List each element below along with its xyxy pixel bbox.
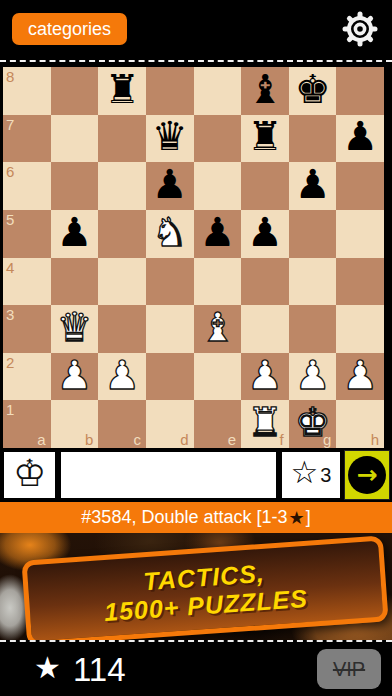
square-a4[interactable]: 4 [3, 258, 51, 306]
square-c6[interactable] [98, 162, 146, 210]
square-d3[interactable] [146, 305, 194, 353]
square-e8[interactable] [194, 67, 242, 115]
top-dashed-separator [0, 60, 392, 67]
square-e2[interactable] [194, 353, 242, 401]
next-puzzle-button[interactable]: → [344, 450, 390, 500]
square-f7[interactable]: ♜ [241, 115, 289, 163]
black-pawn-f5: ♟ [247, 212, 283, 252]
black-queen-d7: ♛ [152, 116, 188, 156]
square-c7[interactable] [98, 115, 146, 163]
square-f6[interactable] [241, 162, 289, 210]
square-a8[interactable]: 8 [3, 67, 51, 115]
white-king-g1: ♚ [295, 402, 331, 442]
star-icon: ★ [288, 507, 304, 529]
square-g1[interactable]: g♚ [289, 400, 337, 448]
square-d5[interactable]: ♞ [146, 210, 194, 258]
star-outline-icon: ☆ [291, 457, 319, 488]
settings-button[interactable] [340, 9, 380, 49]
white-queen-b3: ♛ [57, 307, 93, 347]
black-king-g8: ♚ [295, 69, 331, 109]
square-e4[interactable] [194, 258, 242, 306]
square-e7[interactable] [194, 115, 242, 163]
square-b3[interactable]: ♛ [51, 305, 99, 353]
square-b6[interactable] [51, 162, 99, 210]
square-f2[interactable]: ♟ [241, 353, 289, 401]
square-h6[interactable] [336, 162, 384, 210]
square-g3[interactable] [289, 305, 337, 353]
white-rook-f1: ♜ [247, 402, 283, 442]
rank-label-3: 3 [6, 307, 14, 322]
black-pawn-e5: ♟ [199, 212, 235, 252]
square-g6[interactable]: ♟ [289, 162, 337, 210]
square-c4[interactable] [98, 258, 146, 306]
rank-label-2: 2 [6, 355, 14, 370]
file-label-d: d [180, 432, 188, 447]
square-e1[interactable]: e [194, 400, 242, 448]
square-e5[interactable]: ♟ [194, 210, 242, 258]
categories-button[interactable]: categories [12, 13, 127, 45]
square-c5[interactable] [98, 210, 146, 258]
side-to-move-indicator: ♔ [2, 450, 57, 500]
square-a7[interactable]: 7 [3, 115, 51, 163]
rank-label-5: 5 [6, 212, 14, 227]
arrow-right-icon: → [357, 462, 378, 487]
control-row: ♔ ☆ 3 → [0, 448, 392, 502]
puzzle-title-text: #3584, Double attack [1-3 [81, 507, 287, 528]
square-g5[interactable] [289, 210, 337, 258]
square-f5[interactable]: ♟ [241, 210, 289, 258]
next-arrow-circle: → [348, 456, 386, 494]
rank-label-1: 1 [6, 402, 14, 417]
white-pawn-b2: ♟ [57, 355, 93, 395]
square-a2[interactable]: 2 [3, 353, 51, 401]
file-label-a: a [37, 432, 45, 447]
white-pawn-c2: ♟ [104, 355, 140, 395]
square-a6[interactable]: 6 [3, 162, 51, 210]
square-a3[interactable]: 3 [3, 305, 51, 353]
square-h4[interactable] [336, 258, 384, 306]
square-h1[interactable]: h [336, 400, 384, 448]
square-h3[interactable] [336, 305, 384, 353]
white-pawn-g2: ♟ [295, 355, 331, 395]
puzzle-rating: ☆ 3 [280, 450, 342, 500]
top-bar: categories [0, 0, 392, 58]
black-pawn-b5: ♟ [57, 212, 93, 252]
square-c1[interactable]: c [98, 400, 146, 448]
rank-label-8: 8 [6, 69, 14, 84]
square-b2[interactable]: ♟ [51, 353, 99, 401]
bottom-bar: ★ 114 VIP [0, 640, 392, 696]
square-a5[interactable]: 5 [3, 210, 51, 258]
black-pawn-g6: ♟ [295, 164, 331, 204]
square-g2[interactable]: ♟ [289, 353, 337, 401]
ad-line-2: 1500+ PUZZLES [103, 584, 309, 626]
black-rook-c8: ♜ [104, 69, 140, 109]
square-h2[interactable]: ♟ [336, 353, 384, 401]
square-c2[interactable]: ♟ [98, 353, 146, 401]
vip-button[interactable]: VIP [317, 649, 381, 689]
file-label-e: e [228, 432, 236, 447]
score-value: 114 [73, 651, 126, 689]
puzzle-title-suffix: ] [306, 507, 311, 528]
white-pawn-f2: ♟ [247, 355, 283, 395]
square-c3[interactable] [98, 305, 146, 353]
square-h5[interactable] [336, 210, 384, 258]
app-root: categories [0, 0, 392, 696]
board-frame: 8♜♝♚7♛♜♟6♟♟5♟♞♟♟43♛♝2♟♟♟♟♟1abcdef♜g♚h [0, 67, 392, 448]
star-filled-icon: ★ [34, 653, 61, 683]
ad-panel[interactable]: TACTICS, 1500+ PUZZLES [21, 535, 388, 640]
square-h8[interactable] [336, 67, 384, 115]
square-d6[interactable]: ♟ [146, 162, 194, 210]
square-e6[interactable] [194, 162, 242, 210]
square-g8[interactable]: ♚ [289, 67, 337, 115]
square-b4[interactable] [51, 258, 99, 306]
square-d8[interactable] [146, 67, 194, 115]
square-b5[interactable]: ♟ [51, 210, 99, 258]
white-bishop-e3: ♝ [199, 307, 235, 347]
black-pawn-h7: ♟ [342, 116, 378, 156]
white-pawn-h2: ♟ [342, 355, 378, 395]
move-input[interactable] [59, 450, 278, 500]
file-label-c: c [133, 432, 141, 447]
square-b1[interactable]: b [51, 400, 99, 448]
square-d7[interactable]: ♛ [146, 115, 194, 163]
square-f4[interactable] [241, 258, 289, 306]
black-pawn-d6: ♟ [152, 164, 188, 204]
square-g7[interactable] [289, 115, 337, 163]
square-c8[interactable]: ♜ [98, 67, 146, 115]
gear-icon [341, 10, 379, 48]
square-b8[interactable] [51, 67, 99, 115]
white-knight-d5: ♞ [152, 212, 188, 252]
rank-label-4: 4 [6, 260, 14, 275]
square-h7[interactable]: ♟ [336, 115, 384, 163]
rank-label-7: 7 [6, 117, 14, 132]
rating-value: 3 [320, 464, 331, 487]
square-d1[interactable]: d [146, 400, 194, 448]
score-display: ★ 114 [34, 651, 126, 689]
square-f1[interactable]: f♜ [241, 400, 289, 448]
white-king-icon: ♔ [13, 455, 46, 492]
square-e3[interactable]: ♝ [194, 305, 242, 353]
square-d4[interactable] [146, 258, 194, 306]
file-label-b: b [85, 432, 93, 447]
chess-board: 8♜♝♚7♛♜♟6♟♟5♟♞♟♟43♛♝2♟♟♟♟♟1abcdef♜g♚h [3, 67, 384, 448]
square-f3[interactable] [241, 305, 289, 353]
puzzle-title-banner: #3584, Double attack [1-3★] [0, 502, 392, 533]
black-bishop-f8: ♝ [247, 69, 283, 109]
ad-banner[interactable]: TACTICS, 1500+ PUZZLES [0, 533, 392, 640]
square-g4[interactable] [289, 258, 337, 306]
black-rook-f7: ♜ [247, 116, 283, 156]
square-a1[interactable]: 1a [3, 400, 51, 448]
file-label-h: h [371, 432, 379, 447]
square-f8[interactable]: ♝ [241, 67, 289, 115]
rank-label-6: 6 [6, 164, 14, 179]
square-b7[interactable] [51, 115, 99, 163]
square-d2[interactable] [146, 353, 194, 401]
